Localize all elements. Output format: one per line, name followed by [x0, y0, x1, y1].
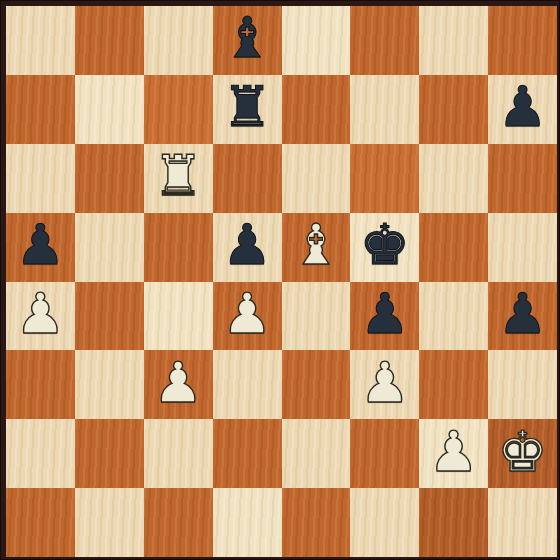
square-a4[interactable]: ♟ — [6, 282, 75, 351]
white-pawn[interactable]: ♟ — [360, 355, 410, 411]
square-d5[interactable]: ♟ — [213, 213, 282, 282]
square-a8[interactable] — [6, 6, 75, 75]
square-c2[interactable] — [144, 419, 213, 488]
square-f7[interactable] — [350, 75, 419, 144]
square-b6[interactable] — [75, 144, 144, 213]
white-pawn[interactable]: ♟ — [153, 355, 203, 411]
black-pawn[interactable]: ♟ — [15, 217, 65, 273]
square-b8[interactable] — [75, 6, 144, 75]
square-h5[interactable] — [488, 213, 557, 282]
square-e8[interactable] — [282, 6, 351, 75]
square-c3[interactable]: ♟ — [144, 350, 213, 419]
square-d1[interactable] — [213, 488, 282, 557]
square-f6[interactable] — [350, 144, 419, 213]
square-c7[interactable] — [144, 75, 213, 144]
white-rook[interactable]: ♜ — [153, 148, 203, 204]
square-c6[interactable]: ♜ — [144, 144, 213, 213]
square-f5[interactable]: ♚ — [350, 213, 419, 282]
square-a6[interactable] — [6, 144, 75, 213]
black-pawn[interactable]: ♟ — [360, 286, 410, 342]
square-g8[interactable] — [419, 6, 488, 75]
black-bishop[interactable]: ♝ — [222, 10, 272, 66]
square-c8[interactable] — [144, 6, 213, 75]
white-pawn[interactable]: ♟ — [429, 424, 479, 480]
black-pawn[interactable]: ♟ — [222, 217, 272, 273]
square-h7[interactable]: ♟ — [488, 75, 557, 144]
square-b2[interactable] — [75, 419, 144, 488]
square-b3[interactable] — [75, 350, 144, 419]
square-b7[interactable] — [75, 75, 144, 144]
square-g3[interactable] — [419, 350, 488, 419]
square-d7[interactable]: ♜ — [213, 75, 282, 144]
white-king[interactable]: ♚ — [497, 424, 547, 480]
square-a3[interactable] — [6, 350, 75, 419]
square-h4[interactable]: ♟ — [488, 282, 557, 351]
square-h1[interactable] — [488, 488, 557, 557]
square-f3[interactable]: ♟ — [350, 350, 419, 419]
square-h3[interactable] — [488, 350, 557, 419]
square-g7[interactable] — [419, 75, 488, 144]
square-f4[interactable]: ♟ — [350, 282, 419, 351]
square-f2[interactable] — [350, 419, 419, 488]
square-c4[interactable] — [144, 282, 213, 351]
black-rook[interactable]: ♜ — [222, 79, 272, 135]
square-a7[interactable] — [6, 75, 75, 144]
black-king[interactable]: ♚ — [360, 217, 410, 273]
square-d4[interactable]: ♟ — [213, 282, 282, 351]
square-h6[interactable] — [488, 144, 557, 213]
square-b5[interactable] — [75, 213, 144, 282]
square-a2[interactable] — [6, 419, 75, 488]
square-b1[interactable] — [75, 488, 144, 557]
square-e4[interactable] — [282, 282, 351, 351]
square-b4[interactable] — [75, 282, 144, 351]
black-pawn[interactable]: ♟ — [497, 79, 547, 135]
square-g6[interactable] — [419, 144, 488, 213]
black-pawn[interactable]: ♟ — [497, 286, 547, 342]
square-c5[interactable] — [144, 213, 213, 282]
square-d2[interactable] — [213, 419, 282, 488]
square-a5[interactable]: ♟ — [6, 213, 75, 282]
chess-board-frame: ♝♜♟♜♟♟♝♚♟♟♟♟♟♟♟♚ — [0, 0, 560, 560]
square-e5[interactable]: ♝ — [282, 213, 351, 282]
square-g4[interactable] — [419, 282, 488, 351]
white-bishop[interactable]: ♝ — [291, 217, 341, 273]
square-g1[interactable] — [419, 488, 488, 557]
square-g2[interactable]: ♟ — [419, 419, 488, 488]
square-c1[interactable] — [144, 488, 213, 557]
square-e3[interactable] — [282, 350, 351, 419]
square-e6[interactable] — [282, 144, 351, 213]
square-e2[interactable] — [282, 419, 351, 488]
square-h2[interactable]: ♚ — [488, 419, 557, 488]
square-f8[interactable] — [350, 6, 419, 75]
square-d8[interactable]: ♝ — [213, 6, 282, 75]
white-pawn[interactable]: ♟ — [222, 286, 272, 342]
square-d6[interactable] — [213, 144, 282, 213]
square-d3[interactable] — [213, 350, 282, 419]
square-e7[interactable] — [282, 75, 351, 144]
square-a1[interactable] — [6, 488, 75, 557]
white-pawn[interactable]: ♟ — [15, 286, 65, 342]
square-g5[interactable] — [419, 213, 488, 282]
chess-board: ♝♜♟♜♟♟♝♚♟♟♟♟♟♟♟♚ — [6, 6, 557, 557]
square-e1[interactable] — [282, 488, 351, 557]
square-h8[interactable] — [488, 6, 557, 75]
square-f1[interactable] — [350, 488, 419, 557]
